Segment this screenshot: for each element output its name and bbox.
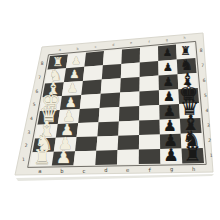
rank-label-right-8: 8 [200,48,203,53]
rank-label-left-7: 7 [38,75,41,80]
square-f7 [140,61,159,77]
rank-label-right-3: 3 [207,123,210,128]
chess-set-product-photo: aabbccddeeffgghh1122334455667788♜♟♟♜♞♟♟♞… [0,0,220,220]
rank-label-left-1: 1 [22,157,25,162]
rank-label-right-1: 1 [210,153,213,158]
square-d1 [95,150,117,165]
square-d2 [96,136,118,151]
piece-white-pawn-b1: ♟ [56,147,72,167]
file-label-top-h: h [184,36,186,40]
piece-black-pawn-g1: ♟ [163,145,179,165]
square-c6 [81,80,102,95]
square-f6 [140,76,159,92]
square-f8 [140,46,159,62]
rank-label-left-5: 5 [33,102,36,107]
square-f5 [139,90,159,106]
file-label-bottom-h: h [192,166,195,172]
square-f4 [139,105,159,121]
piece-black-rook-h8: ♜ [180,44,191,58]
square-d6 [101,78,121,94]
square-e7 [121,62,140,78]
rank-label-left-2: 2 [25,143,28,148]
square-d7 [102,64,122,80]
piece-black-rook-h1: ♜ [184,142,202,166]
square-d5 [100,93,121,108]
file-label-bottom-g: g [170,166,173,173]
square-c2 [75,136,97,151]
file-label-bottom-f: f [148,167,151,173]
square-f1 [139,149,161,164]
square-e8 [121,48,140,64]
file-label-top-e: e [130,41,132,45]
piece-white-rook-a1: ♜ [33,145,51,169]
file-label-bottom-a: a [38,168,41,174]
rank-label-left-8: 8 [41,61,44,66]
piece-black-pawn-g8: ♟ [163,46,172,58]
rank-label-right-2: 2 [208,138,211,143]
piece-black-pawn-g6: ♟ [163,75,174,89]
file-label-top-c: c [94,45,96,49]
file-label-top-d: d [112,43,114,47]
file-label-top-g: g [166,38,168,42]
rank-label-right-4: 4 [205,108,208,113]
file-label-top-b: b [77,47,79,51]
square-e5 [120,92,140,108]
square-c8 [84,51,104,67]
mat-shadow [16,174,214,181]
rank-label-left-6: 6 [35,89,38,94]
square-d4 [99,107,120,122]
rank-label-left-4: 4 [30,116,33,121]
square-d3 [97,121,119,136]
file-label-bottom-c: c [82,168,85,174]
square-c7 [83,65,103,81]
rank-label-left-3: 3 [27,130,30,135]
piece-black-pawn-g5: ♟ [163,89,175,104]
square-f3 [139,120,160,135]
square-f2 [139,134,160,149]
square-c3 [77,122,99,137]
piece-white-pawn-b7: ♟ [69,68,79,81]
square-c1 [74,151,97,166]
file-label-top-f: f [148,40,150,44]
file-label-bottom-e: e [126,167,129,173]
rank-label-right-6: 6 [203,78,206,83]
rank-label-right-7: 7 [201,63,204,68]
chess-board: aabbccddeeffgghh1122334455667788♜♟♟♜♞♟♟♞… [0,0,220,220]
square-e2 [118,135,140,150]
square-e4 [119,106,139,121]
piece-white-pawn-b8: ♟ [71,54,80,66]
piece-white-pawn-b6: ♟ [67,81,78,95]
square-c5 [80,94,101,109]
file-label-bottom-b: b [60,168,63,174]
rank-label-right-5: 5 [204,93,207,98]
file-label-top-a: a [59,48,61,52]
square-e3 [118,121,139,136]
piece-black-pawn-g7: ♟ [163,61,173,74]
square-d8 [103,50,122,66]
file-label-bottom-d: d [104,167,107,173]
square-e6 [120,77,140,93]
square-e1 [117,150,139,165]
square-c4 [78,108,99,123]
